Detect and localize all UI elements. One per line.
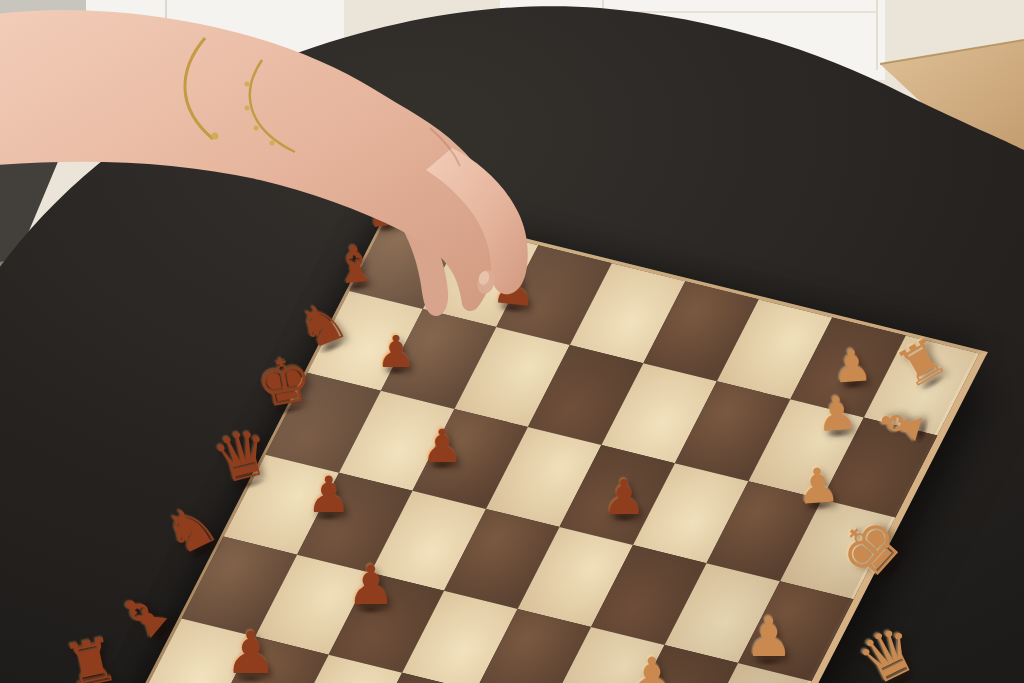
gray-wall	[0, 0, 92, 122]
cabinet-panel	[86, 0, 344, 58]
